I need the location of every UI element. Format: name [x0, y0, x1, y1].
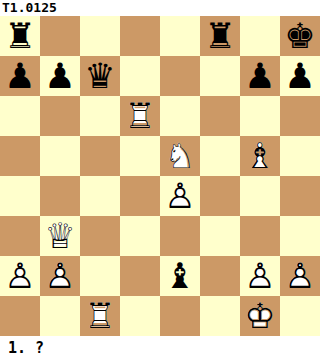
square-f2[interactable]	[200, 256, 240, 296]
square-a1[interactable]	[0, 296, 40, 336]
square-d3[interactable]	[120, 216, 160, 256]
black-pawn: ♟	[40, 56, 80, 96]
square-c6[interactable]	[80, 96, 120, 136]
white-pawn: ♙	[0, 256, 40, 296]
square-e2[interactable]: ♝	[160, 256, 200, 296]
square-a7[interactable]: ♟	[0, 56, 40, 96]
square-g2[interactable]: ♟♙	[240, 256, 280, 296]
square-f8[interactable]: ♜	[200, 16, 240, 56]
square-e7[interactable]	[160, 56, 200, 96]
white-queen-fill: ♛	[40, 216, 80, 256]
square-e5[interactable]: ♞♘	[160, 136, 200, 176]
white-rook: ♖	[120, 96, 160, 136]
black-queen: ♛	[80, 56, 120, 96]
square-b6[interactable]	[40, 96, 80, 136]
square-c5[interactable]	[80, 136, 120, 176]
square-c2[interactable]	[80, 256, 120, 296]
square-h5[interactable]	[280, 136, 320, 176]
square-a4[interactable]	[0, 176, 40, 216]
white-bishop-fill: ♝	[240, 136, 280, 176]
white-pawn: ♙	[40, 256, 80, 296]
black-rook: ♜	[0, 16, 40, 56]
square-g3[interactable]	[240, 216, 280, 256]
square-g6[interactable]	[240, 96, 280, 136]
square-f5[interactable]	[200, 136, 240, 176]
black-king: ♚	[280, 16, 320, 56]
square-h3[interactable]	[280, 216, 320, 256]
square-b1[interactable]	[40, 296, 80, 336]
white-pawn-fill: ♟	[40, 256, 80, 296]
square-c4[interactable]	[80, 176, 120, 216]
chess-board: ♜♜♚♟♟♛♟♟♜♖♞♘♝♗♟♙♛♕♟♙♟♙♝♟♙♟♙♜♖♚♔	[0, 16, 320, 336]
square-e6[interactable]	[160, 96, 200, 136]
white-knight-fill: ♞	[160, 136, 200, 176]
square-h4[interactable]	[280, 176, 320, 216]
white-pawn: ♙	[240, 256, 280, 296]
square-d6[interactable]: ♜♖	[120, 96, 160, 136]
square-f1[interactable]	[200, 296, 240, 336]
square-c7[interactable]: ♛	[80, 56, 120, 96]
square-c8[interactable]	[80, 16, 120, 56]
square-b8[interactable]	[40, 16, 80, 56]
white-rook-fill: ♜	[120, 96, 160, 136]
square-g5[interactable]: ♝♗	[240, 136, 280, 176]
square-c1[interactable]: ♜♖	[80, 296, 120, 336]
square-h6[interactable]	[280, 96, 320, 136]
square-e3[interactable]	[160, 216, 200, 256]
square-a2[interactable]: ♟♙	[0, 256, 40, 296]
square-b2[interactable]: ♟♙	[40, 256, 80, 296]
square-d5[interactable]	[120, 136, 160, 176]
square-e4[interactable]: ♟♙	[160, 176, 200, 216]
square-d7[interactable]	[120, 56, 160, 96]
square-f3[interactable]	[200, 216, 240, 256]
square-d4[interactable]	[120, 176, 160, 216]
square-a8[interactable]: ♜	[0, 16, 40, 56]
move-prompt: 1. ?	[0, 336, 320, 360]
square-e1[interactable]	[160, 296, 200, 336]
square-g8[interactable]	[240, 16, 280, 56]
square-h2[interactable]: ♟♙	[280, 256, 320, 296]
white-bishop: ♗	[240, 136, 280, 176]
white-queen: ♕	[40, 216, 80, 256]
white-rook-fill: ♜	[80, 296, 120, 336]
square-g7[interactable]: ♟	[240, 56, 280, 96]
white-pawn-fill: ♟	[280, 256, 320, 296]
square-e8[interactable]	[160, 16, 200, 56]
white-rook: ♖	[80, 296, 120, 336]
square-a6[interactable]	[0, 96, 40, 136]
square-h7[interactable]: ♟	[280, 56, 320, 96]
square-h1[interactable]	[280, 296, 320, 336]
square-b4[interactable]	[40, 176, 80, 216]
puzzle-id-title: T1.0125	[0, 0, 320, 16]
square-g1[interactable]: ♚♔	[240, 296, 280, 336]
square-g4[interactable]	[240, 176, 280, 216]
white-pawn-fill: ♟	[240, 256, 280, 296]
square-h8[interactable]: ♚	[280, 16, 320, 56]
square-f7[interactable]	[200, 56, 240, 96]
white-knight: ♘	[160, 136, 200, 176]
square-a3[interactable]	[0, 216, 40, 256]
white-king: ♔	[240, 296, 280, 336]
square-d1[interactable]	[120, 296, 160, 336]
black-pawn: ♟	[240, 56, 280, 96]
black-rook: ♜	[200, 16, 240, 56]
square-d2[interactable]	[120, 256, 160, 296]
square-f6[interactable]	[200, 96, 240, 136]
black-pawn: ♟	[280, 56, 320, 96]
chess-puzzle-page: T1.0125 ♜♜♚♟♟♛♟♟♜♖♞♘♝♗♟♙♛♕♟♙♟♙♝♟♙♟♙♜♖♚♔ …	[0, 0, 320, 360]
square-d8[interactable]	[120, 16, 160, 56]
square-b7[interactable]: ♟	[40, 56, 80, 96]
square-c3[interactable]	[80, 216, 120, 256]
black-bishop: ♝	[160, 256, 200, 296]
black-pawn: ♟	[0, 56, 40, 96]
square-b5[interactable]	[40, 136, 80, 176]
white-pawn: ♙	[280, 256, 320, 296]
white-pawn: ♙	[160, 176, 200, 216]
square-b3[interactable]: ♛♕	[40, 216, 80, 256]
square-a5[interactable]	[0, 136, 40, 176]
square-f4[interactable]	[200, 176, 240, 216]
white-king-fill: ♚	[240, 296, 280, 336]
white-pawn-fill: ♟	[0, 256, 40, 296]
white-pawn-fill: ♟	[160, 176, 200, 216]
